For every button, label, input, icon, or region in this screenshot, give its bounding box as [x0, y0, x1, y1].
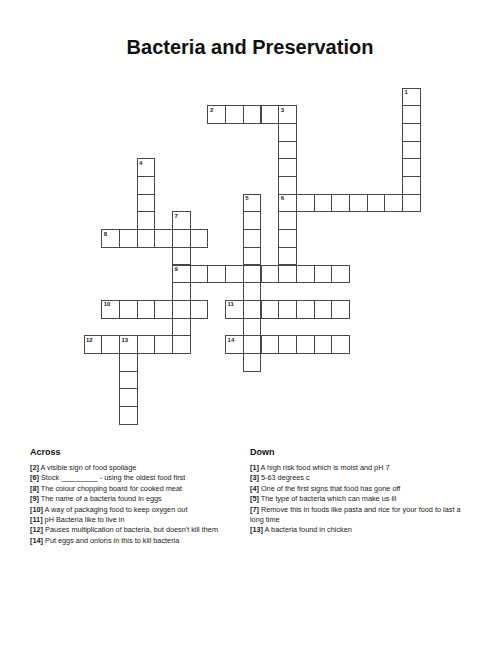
grid-cell[interactable] — [331, 265, 350, 284]
grid-cell[interactable] — [278, 300, 297, 319]
grid-cell[interactable] — [154, 300, 173, 319]
grid-cell[interactable] — [402, 141, 421, 160]
grid-cell[interactable] — [119, 353, 138, 372]
grid-cell[interactable] — [296, 300, 315, 319]
grid-cell[interactable] — [172, 229, 191, 248]
clue-number-label: [13] — [250, 525, 263, 534]
grid-cell[interactable] — [119, 406, 138, 425]
grid-cell[interactable]: 6 — [278, 194, 297, 213]
grid-cell[interactable] — [119, 371, 138, 390]
page: Bacteria and Preservation 12345678910111… — [0, 0, 500, 647]
grid-cell[interactable] — [331, 194, 350, 213]
grid-cell[interactable] — [314, 265, 333, 284]
clue-number: 7 — [175, 213, 178, 220]
clue-number-label: [11] — [30, 515, 43, 524]
grid-cell[interactable]: 7 — [172, 211, 191, 230]
grid-cell[interactable] — [225, 105, 244, 124]
grid-cell[interactable] — [225, 265, 244, 284]
grid-cell[interactable] — [172, 335, 191, 354]
clue-number: 9 — [175, 266, 178, 273]
clue-across-9: [9] The name of a bacteria found in eggs — [30, 494, 250, 504]
across-clue-list: [2] A visible sign of food spoilage[6] S… — [30, 463, 250, 546]
grid-cell[interactable] — [172, 282, 191, 301]
clue-number-label: [3] — [250, 473, 259, 482]
grid-cell[interactable] — [243, 353, 262, 372]
grid-cell[interactable] — [137, 194, 156, 213]
grid-cell[interactable] — [261, 300, 280, 319]
clue-number-label: [10] — [30, 505, 43, 514]
clue-number: 14 — [228, 337, 235, 344]
grid-cell[interactable]: 13 — [119, 335, 138, 354]
clue-number: 6 — [281, 195, 284, 202]
grid-cell[interactable] — [261, 335, 280, 354]
grid-cell[interactable] — [261, 265, 280, 284]
grid-cell[interactable] — [278, 123, 297, 142]
clue-down-1: [1] A high risk food which is moist and … — [250, 463, 467, 473]
grid-cell[interactable] — [154, 335, 173, 354]
grid-cell[interactable] — [402, 123, 421, 142]
grid-cell[interactable] — [261, 105, 280, 124]
grid-cell[interactable] — [278, 229, 297, 248]
clue-number: 4 — [139, 160, 142, 167]
clue-number: 5 — [245, 195, 248, 202]
clue-number-label: [2] — [30, 463, 39, 472]
clue-number: 11 — [228, 301, 234, 308]
grid-cell[interactable] — [243, 265, 262, 284]
clue-number-label: [6] — [30, 473, 39, 482]
down-clue-list: [1] A high risk food which is moist and … — [250, 463, 467, 536]
grid-cell[interactable]: 1 — [402, 88, 421, 107]
grid-cell[interactable] — [137, 176, 156, 195]
grid-cell[interactable] — [243, 318, 262, 337]
grid-cell[interactable] — [402, 194, 421, 213]
grid-cell[interactable] — [137, 335, 156, 354]
clue-across-2: [2] A visible sign of food spoilage — [30, 463, 250, 473]
clue-number: 12 — [86, 337, 93, 344]
grid-cell[interactable] — [119, 388, 138, 407]
clue-down-7: [7] Remove this in foods like pasta and … — [250, 505, 467, 526]
grid-cell[interactable] — [172, 318, 191, 337]
grid-cell[interactable] — [384, 194, 403, 213]
clue-across-14: [14] Put eggs and onions in this to kill… — [30, 536, 250, 546]
grid-cell[interactable] — [314, 335, 333, 354]
grid-cell[interactable] — [243, 229, 262, 248]
crossword-grid: 1234567891011121314 — [84, 88, 421, 425]
clue-across-12: [12] Pauses multiplication of bacteria, … — [30, 525, 250, 535]
grid-cell[interactable]: 10 — [101, 300, 120, 319]
clue-number: 8 — [104, 231, 107, 238]
grid-cell[interactable] — [243, 335, 262, 354]
clue-across-6: [6] Stock _________ - using the oldest f… — [30, 473, 250, 483]
clue-number: 10 — [104, 301, 111, 308]
clue-number-label: [8] — [30, 484, 39, 493]
down-header: Down — [250, 447, 467, 458]
clue-down-3: [3] 5-63 degrees c — [250, 473, 467, 483]
grid-cell[interactable]: 8 — [101, 229, 120, 248]
grid-cell[interactable] — [243, 282, 262, 301]
grid-cell[interactable] — [119, 300, 138, 319]
grid-cell[interactable] — [243, 211, 262, 230]
grid-cell[interactable] — [314, 194, 333, 213]
grid-cell[interactable] — [296, 265, 315, 284]
clue-number: 2 — [210, 107, 213, 114]
grid-cell[interactable] — [243, 247, 262, 266]
clue-number: 3 — [281, 107, 284, 114]
clue-down-13: [13] A bacteria found in chicken — [250, 525, 467, 535]
grid-cell[interactable] — [190, 300, 209, 319]
grid-cell[interactable] — [243, 105, 262, 124]
clue-number-label: [1] — [250, 463, 259, 472]
grid-cell[interactable] — [278, 265, 297, 284]
grid-cell[interactable] — [101, 335, 120, 354]
clue-number-label: [14] — [30, 536, 43, 545]
clue-across-8: [8] The colour chopping board for cooked… — [30, 484, 250, 494]
clue-across-10: [10] A way of packaging food to keep oxy… — [30, 505, 250, 515]
clue-number-label: [12] — [30, 525, 43, 534]
clue-number: 13 — [121, 337, 128, 344]
across-header: Across — [30, 447, 250, 458]
grid-cell[interactable] — [172, 247, 191, 266]
grid-cell[interactable] — [278, 211, 297, 230]
grid-cell[interactable] — [296, 335, 315, 354]
grid-cell[interactable] — [278, 141, 297, 160]
across-clues-section: Across [2] A visible sign of food spoila… — [30, 447, 250, 546]
grid-cell[interactable] — [367, 194, 386, 213]
grid-cell[interactable]: 14 — [225, 335, 244, 354]
clue-down-5: [5] The type of bacteria which can make … — [250, 494, 467, 504]
grid-cell[interactable] — [331, 335, 350, 354]
clue-number-label: [4] — [250, 484, 259, 493]
down-clues-section: Down [1] A high risk food which is moist… — [250, 447, 467, 536]
clue-down-4: [4] One of the first signs that food has… — [250, 484, 467, 494]
grid-cell[interactable] — [349, 194, 368, 213]
grid-cell[interactable] — [137, 211, 156, 230]
grid-cell[interactable] — [207, 265, 226, 284]
grid-cell[interactable]: 11 — [225, 300, 244, 319]
grid-cell[interactable]: 12 — [84, 335, 103, 354]
grid-cell[interactable] — [402, 176, 421, 195]
grid-cell[interactable] — [278, 247, 297, 266]
clue-number-label: [9] — [30, 494, 39, 503]
grid-cell[interactable] — [190, 265, 209, 284]
grid-cell[interactable] — [172, 300, 191, 319]
grid-cell[interactable] — [278, 158, 297, 177]
clue-number-label: [7] — [250, 505, 259, 514]
grid-cell[interactable]: 4 — [137, 158, 156, 177]
grid-cell[interactable] — [137, 300, 156, 319]
grid-cell[interactable] — [243, 300, 262, 319]
grid-cell[interactable] — [402, 158, 421, 177]
clue-number: 1 — [405, 89, 408, 96]
grid-cell[interactable]: 9 — [172, 265, 191, 284]
clue-number-label: [5] — [250, 494, 259, 503]
grid-cell[interactable] — [190, 229, 209, 248]
grid-cell[interactable] — [314, 300, 333, 319]
grid-cell[interactable] — [278, 176, 297, 195]
grid-cell[interactable] — [331, 300, 350, 319]
grid-cell[interactable]: 3 — [278, 105, 297, 124]
grid-cell[interactable] — [278, 335, 297, 354]
grid-cell[interactable]: 5 — [243, 194, 262, 213]
grid-cell[interactable] — [296, 194, 315, 213]
clue-across-11: [11] pH Bacteria like to live in — [30, 515, 250, 525]
grid-cell[interactable] — [119, 229, 138, 248]
grid-cell[interactable] — [137, 229, 156, 248]
grid-cell[interactable] — [154, 229, 173, 248]
page-title: Bacteria and Preservation — [0, 36, 500, 59]
grid-cell[interactable] — [402, 105, 421, 124]
grid-cell[interactable]: 2 — [207, 105, 226, 124]
